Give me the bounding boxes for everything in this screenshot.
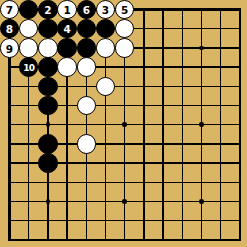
black-stone[interactable]: 8 [0, 19, 19, 39]
white-stone[interactable]: 9 [0, 38, 19, 58]
grid-line-horizontal [8, 220, 241, 221]
black-stone[interactable] [19, 0, 39, 19]
star-point [199, 46, 204, 51]
black-stone[interactable] [57, 38, 77, 58]
star-point [199, 199, 204, 204]
white-stone[interactable]: 5 [115, 0, 135, 19]
grid-line-vertical [162, 8, 163, 241]
grid-line-vertical [182, 8, 183, 241]
white-stone[interactable] [77, 57, 97, 77]
white-stone[interactable] [96, 77, 116, 97]
move-number-label: 4 [63, 24, 70, 35]
move-number-label: 3 [102, 5, 109, 16]
move-number-label: 10 [23, 63, 34, 72]
white-stone[interactable] [57, 57, 77, 77]
black-stone[interactable] [38, 134, 58, 154]
move-number-label: 8 [6, 24, 13, 35]
star-point [199, 122, 204, 127]
black-stone[interactable] [38, 19, 58, 39]
white-stone[interactable] [77, 134, 97, 154]
move-number-label: 1 [63, 5, 70, 16]
go-board[interactable]: 72163584910 [0, 0, 247, 247]
white-stone[interactable] [96, 38, 116, 58]
black-stone[interactable]: 6 [77, 0, 97, 19]
move-number-label: 6 [83, 5, 90, 16]
move-number-label: 7 [6, 5, 13, 16]
star-point [46, 199, 51, 204]
grid-line-vertical [220, 8, 221, 241]
star-point [46, 122, 51, 127]
white-stone[interactable]: 1 [57, 0, 77, 19]
move-number-label: 2 [44, 5, 51, 16]
black-stone[interactable] [38, 96, 58, 116]
move-number-label: 5 [121, 5, 128, 16]
black-stone[interactable] [77, 19, 97, 39]
black-stone[interactable] [38, 57, 58, 77]
black-stone[interactable] [77, 38, 97, 58]
star-point [122, 122, 127, 127]
black-stone[interactable]: 10 [19, 57, 39, 77]
black-stone[interactable]: 4 [57, 19, 77, 39]
white-stone[interactable] [19, 38, 39, 58]
black-stone[interactable] [38, 77, 58, 97]
white-stone[interactable] [115, 19, 135, 39]
grid-line-horizontal [8, 182, 241, 183]
black-stone[interactable] [38, 153, 58, 173]
grid-line-vertical [239, 8, 242, 241]
move-number-label: 9 [6, 43, 13, 54]
white-stone[interactable] [19, 19, 39, 39]
white-stone[interactable] [38, 38, 58, 58]
white-stone[interactable] [77, 96, 97, 116]
black-stone[interactable] [96, 19, 116, 39]
white-stone[interactable]: 3 [96, 0, 116, 19]
white-stone[interactable] [115, 38, 135, 58]
grid-line-vertical [143, 8, 144, 241]
star-point [122, 199, 127, 204]
grid-line-horizontal [8, 239, 241, 242]
white-stone[interactable]: 7 [0, 0, 19, 19]
black-stone[interactable]: 2 [38, 0, 58, 19]
